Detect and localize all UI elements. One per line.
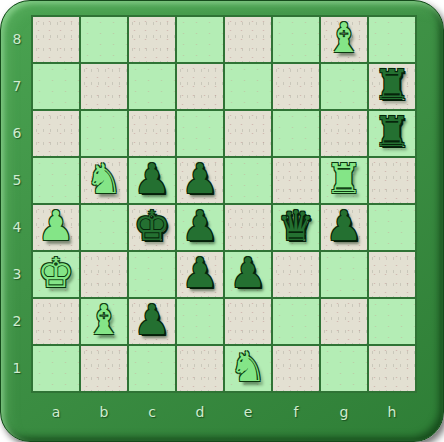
square-g1[interactable] (321, 346, 367, 391)
square-d6[interactable] (177, 111, 223, 156)
square-h5[interactable] (369, 158, 415, 203)
piece-white-bishop-b2[interactable]: ♝ (86, 300, 123, 341)
square-c7[interactable] (129, 64, 175, 109)
square-h4[interactable] (369, 205, 415, 250)
square-d3[interactable]: ♟ (177, 252, 223, 297)
chess-board[interactable]: ♝♜♜♞♟♟♜♟♚♟♛♟♚♟♟♝♟♞ (31, 15, 417, 393)
piece-black-pawn-g4[interactable]: ♟ (326, 206, 363, 247)
piece-black-rook-h7[interactable]: ♜ (374, 65, 411, 106)
square-a8[interactable] (33, 17, 79, 62)
square-a2[interactable] (33, 299, 79, 344)
rank-label-1: 1 (4, 346, 30, 391)
square-a7[interactable] (33, 64, 79, 109)
square-f1[interactable] (273, 346, 319, 391)
square-g2[interactable] (321, 299, 367, 344)
square-d1[interactable] (177, 346, 223, 391)
square-b2[interactable]: ♝ (81, 299, 127, 344)
square-d2[interactable] (177, 299, 223, 344)
square-h8[interactable] (369, 17, 415, 62)
square-a5[interactable] (33, 158, 79, 203)
square-c6[interactable] (129, 111, 175, 156)
piece-white-bishop-g8[interactable]: ♝ (326, 18, 363, 59)
rank-labels: 87654321 (4, 17, 30, 391)
square-g8[interactable]: ♝ (321, 17, 367, 62)
square-f7[interactable] (273, 64, 319, 109)
square-c4[interactable]: ♚ (129, 205, 175, 250)
square-h2[interactable] (369, 299, 415, 344)
square-f2[interactable] (273, 299, 319, 344)
rank-label-5: 5 (4, 158, 30, 203)
square-h3[interactable] (369, 252, 415, 297)
rank-label-2: 2 (4, 299, 30, 344)
piece-white-knight-e1[interactable]: ♞ (230, 347, 267, 388)
square-e3[interactable]: ♟ (225, 252, 271, 297)
square-e4[interactable] (225, 205, 271, 250)
piece-black-pawn-d4[interactable]: ♟ (182, 206, 219, 247)
piece-black-rook-h6[interactable]: ♜ (374, 112, 411, 153)
file-labels: abcdefgh (33, 397, 415, 427)
piece-white-king-a3[interactable]: ♚ (38, 253, 75, 294)
rank-label-7: 7 (4, 64, 30, 109)
square-g4[interactable]: ♟ (321, 205, 367, 250)
square-b6[interactable] (81, 111, 127, 156)
square-a3[interactable]: ♚ (33, 252, 79, 297)
square-c5[interactable]: ♟ (129, 158, 175, 203)
file-label-f: f (273, 397, 319, 427)
square-b3[interactable] (81, 252, 127, 297)
square-a1[interactable] (33, 346, 79, 391)
square-c3[interactable] (129, 252, 175, 297)
piece-black-pawn-d3[interactable]: ♟ (182, 253, 219, 294)
rank-label-6: 6 (4, 111, 30, 156)
square-b1[interactable] (81, 346, 127, 391)
square-g6[interactable] (321, 111, 367, 156)
square-e8[interactable] (225, 17, 271, 62)
square-c2[interactable]: ♟ (129, 299, 175, 344)
square-e5[interactable] (225, 158, 271, 203)
square-h1[interactable] (369, 346, 415, 391)
square-b8[interactable] (81, 17, 127, 62)
square-f4[interactable]: ♛ (273, 205, 319, 250)
piece-white-pawn-a4[interactable]: ♟ (38, 206, 75, 247)
square-b4[interactable] (81, 205, 127, 250)
square-f8[interactable] (273, 17, 319, 62)
rank-label-3: 3 (4, 252, 30, 297)
square-d8[interactable] (177, 17, 223, 62)
piece-black-queen-f4[interactable]: ♛ (278, 206, 315, 247)
square-g5[interactable]: ♜ (321, 158, 367, 203)
piece-white-knight-b5[interactable]: ♞ (86, 159, 123, 200)
square-d7[interactable] (177, 64, 223, 109)
square-h7[interactable]: ♜ (369, 64, 415, 109)
file-label-e: e (225, 397, 271, 427)
file-label-g: g (321, 397, 367, 427)
piece-black-pawn-e3[interactable]: ♟ (230, 253, 267, 294)
square-a6[interactable] (33, 111, 79, 156)
square-f6[interactable] (273, 111, 319, 156)
square-d4[interactable]: ♟ (177, 205, 223, 250)
square-f3[interactable] (273, 252, 319, 297)
piece-white-rook-g5[interactable]: ♜ (326, 159, 363, 200)
square-c8[interactable] (129, 17, 175, 62)
piece-black-pawn-c5[interactable]: ♟ (134, 159, 171, 200)
rank-label-8: 8 (4, 17, 30, 62)
square-h6[interactable]: ♜ (369, 111, 415, 156)
square-g7[interactable] (321, 64, 367, 109)
piece-black-pawn-c2[interactable]: ♟ (134, 300, 171, 341)
file-label-a: a (33, 397, 79, 427)
square-a4[interactable]: ♟ (33, 205, 79, 250)
file-label-d: d (177, 397, 223, 427)
file-label-h: h (369, 397, 415, 427)
square-b5[interactable]: ♞ (81, 158, 127, 203)
piece-black-pawn-d5[interactable]: ♟ (182, 159, 219, 200)
square-e1[interactable]: ♞ (225, 346, 271, 391)
piece-black-king-c4[interactable]: ♚ (134, 206, 171, 247)
square-g3[interactable] (321, 252, 367, 297)
chess-board-window: 87654321 ♝♜♜♞♟♟♜♟♚♟♛♟♚♟♟♝♟♞ abcdefgh (0, 0, 444, 442)
file-label-c: c (129, 397, 175, 427)
file-label-b: b (81, 397, 127, 427)
square-b7[interactable] (81, 64, 127, 109)
rank-label-4: 4 (4, 205, 30, 250)
square-e7[interactable] (225, 64, 271, 109)
square-e2[interactable] (225, 299, 271, 344)
square-e6[interactable] (225, 111, 271, 156)
square-c1[interactable] (129, 346, 175, 391)
square-f5[interactable] (273, 158, 319, 203)
square-d5[interactable]: ♟ (177, 158, 223, 203)
